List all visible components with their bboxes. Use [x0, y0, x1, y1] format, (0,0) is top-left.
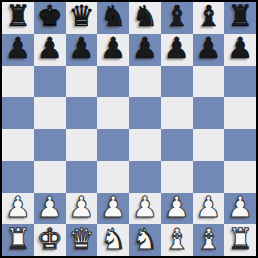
piece-white-pawn[interactable]: ♟	[227, 193, 253, 222]
square-f3[interactable]	[161, 161, 193, 193]
square-g7[interactable]: ♟	[193, 34, 225, 66]
piece-black-knight[interactable]: ♞	[132, 2, 158, 31]
square-h5[interactable]	[224, 97, 256, 129]
piece-white-queen[interactable]: ♛	[68, 225, 94, 254]
piece-white-rook[interactable]: ♜	[5, 225, 31, 254]
square-a6[interactable]	[2, 66, 34, 98]
square-a1[interactable]: ♜	[2, 224, 34, 256]
square-g3[interactable]	[193, 161, 225, 193]
square-a5[interactable]	[2, 97, 34, 129]
square-f6[interactable]	[161, 66, 193, 98]
square-e2[interactable]: ♟	[129, 193, 161, 225]
square-a3[interactable]	[2, 161, 34, 193]
square-b1[interactable]: ♚	[34, 224, 66, 256]
square-g6[interactable]	[193, 66, 225, 98]
square-h6[interactable]	[224, 66, 256, 98]
square-e1[interactable]: ♞	[129, 224, 161, 256]
square-e3[interactable]	[129, 161, 161, 193]
square-b5[interactable]	[34, 97, 66, 129]
piece-white-rook[interactable]: ♜	[227, 225, 253, 254]
piece-white-bishop[interactable]: ♝	[195, 225, 221, 254]
piece-white-pawn[interactable]: ♟	[100, 193, 126, 222]
piece-white-king[interactable]: ♚	[37, 225, 63, 254]
square-b3[interactable]	[34, 161, 66, 193]
piece-white-pawn[interactable]: ♟	[132, 193, 158, 222]
square-c3[interactable]	[66, 161, 98, 193]
square-a4[interactable]	[2, 129, 34, 161]
square-c4[interactable]	[66, 129, 98, 161]
piece-white-pawn[interactable]: ♟	[195, 193, 221, 222]
square-a7[interactable]: ♟	[2, 34, 34, 66]
square-c2[interactable]: ♟	[66, 193, 98, 225]
square-f7[interactable]: ♟	[161, 34, 193, 66]
square-d8[interactable]: ♞	[97, 2, 129, 34]
piece-black-pawn[interactable]: ♟	[37, 34, 63, 63]
square-f5[interactable]	[161, 97, 193, 129]
piece-black-rook[interactable]: ♜	[5, 2, 31, 31]
square-h8[interactable]: ♜	[224, 2, 256, 34]
square-d1[interactable]: ♞	[97, 224, 129, 256]
square-f2[interactable]: ♟	[161, 193, 193, 225]
square-g2[interactable]: ♟	[193, 193, 225, 225]
square-c5[interactable]	[66, 97, 98, 129]
piece-black-pawn[interactable]: ♟	[68, 34, 94, 63]
square-h2[interactable]: ♟	[224, 193, 256, 225]
square-c6[interactable]	[66, 66, 98, 98]
square-e7[interactable]: ♟	[129, 34, 161, 66]
chess-board-frame: ♜♚♛♞♞♝♝♜♟♟♟♟♟♟♟♟♟♟♟♟♟♟♟♟♜♚♛♞♞♝♝♜	[0, 0, 258, 258]
square-h4[interactable]	[224, 129, 256, 161]
piece-black-knight[interactable]: ♞	[100, 2, 126, 31]
square-e6[interactable]	[129, 66, 161, 98]
chess-board: ♜♚♛♞♞♝♝♜♟♟♟♟♟♟♟♟♟♟♟♟♟♟♟♟♜♚♛♞♞♝♝♜	[2, 2, 256, 256]
piece-white-knight[interactable]: ♞	[100, 225, 126, 254]
square-f8[interactable]: ♝	[161, 2, 193, 34]
square-b7[interactable]: ♟	[34, 34, 66, 66]
piece-white-knight[interactable]: ♞	[132, 225, 158, 254]
piece-black-queen[interactable]: ♛	[68, 2, 94, 31]
square-h3[interactable]	[224, 161, 256, 193]
square-d7[interactable]: ♟	[97, 34, 129, 66]
piece-white-pawn[interactable]: ♟	[68, 193, 94, 222]
piece-white-pawn[interactable]: ♟	[5, 193, 31, 222]
piece-black-rook[interactable]: ♜	[227, 2, 253, 31]
piece-black-pawn[interactable]: ♟	[195, 34, 221, 63]
square-c8[interactable]: ♛	[66, 2, 98, 34]
square-h1[interactable]: ♜	[224, 224, 256, 256]
square-d5[interactable]	[97, 97, 129, 129]
square-g5[interactable]	[193, 97, 225, 129]
square-h7[interactable]: ♟	[224, 34, 256, 66]
piece-black-pawn[interactable]: ♟	[227, 34, 253, 63]
piece-black-pawn[interactable]: ♟	[132, 34, 158, 63]
piece-black-pawn[interactable]: ♟	[100, 34, 126, 63]
piece-white-pawn[interactable]: ♟	[164, 193, 190, 222]
square-g4[interactable]	[193, 129, 225, 161]
square-f1[interactable]: ♝	[161, 224, 193, 256]
square-c7[interactable]: ♟	[66, 34, 98, 66]
piece-white-pawn[interactable]: ♟	[37, 193, 63, 222]
piece-black-bishop[interactable]: ♝	[164, 2, 190, 31]
square-b6[interactable]	[34, 66, 66, 98]
square-e8[interactable]: ♞	[129, 2, 161, 34]
square-c1[interactable]: ♛	[66, 224, 98, 256]
square-b4[interactable]	[34, 129, 66, 161]
piece-black-pawn[interactable]: ♟	[5, 34, 31, 63]
square-f4[interactable]	[161, 129, 193, 161]
piece-black-pawn[interactable]: ♟	[164, 34, 190, 63]
piece-black-king[interactable]: ♚	[37, 2, 63, 31]
square-e4[interactable]	[129, 129, 161, 161]
square-b8[interactable]: ♚	[34, 2, 66, 34]
square-d3[interactable]	[97, 161, 129, 193]
piece-white-bishop[interactable]: ♝	[164, 225, 190, 254]
square-g8[interactable]: ♝	[193, 2, 225, 34]
square-e5[interactable]	[129, 97, 161, 129]
square-d6[interactable]	[97, 66, 129, 98]
square-g1[interactable]: ♝	[193, 224, 225, 256]
piece-black-bishop[interactable]: ♝	[195, 2, 221, 31]
square-b2[interactable]: ♟	[34, 193, 66, 225]
square-d2[interactable]: ♟	[97, 193, 129, 225]
square-d4[interactable]	[97, 129, 129, 161]
square-a2[interactable]: ♟	[2, 193, 34, 225]
square-a8[interactable]: ♜	[2, 2, 34, 34]
